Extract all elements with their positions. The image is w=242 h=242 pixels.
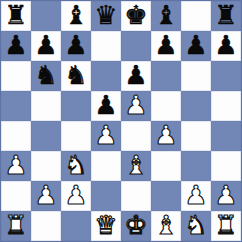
piece-black-rook[interactable]: ♜	[214, 2, 237, 28]
square-e4[interactable]	[121, 121, 151, 151]
piece-black-knight[interactable]: ♞	[64, 62, 87, 88]
piece-black-pawn[interactable]: ♟	[124, 62, 147, 88]
square-g8[interactable]	[181, 1, 211, 31]
piece-black-pawn[interactable]: ♟	[154, 32, 177, 58]
piece-black-pawn[interactable]: ♟	[184, 32, 207, 58]
square-d2[interactable]	[91, 181, 121, 211]
piece-white-rook[interactable]: ♜	[214, 212, 237, 238]
piece-black-bishop[interactable]: ♝	[154, 2, 177, 28]
square-a6[interactable]	[1, 61, 31, 91]
piece-white-knight[interactable]: ♞	[184, 212, 207, 238]
square-f2[interactable]	[151, 181, 181, 211]
square-a5[interactable]	[1, 91, 31, 121]
square-d3[interactable]	[91, 151, 121, 181]
piece-white-pawn[interactable]: ♟	[94, 122, 117, 148]
square-h4[interactable]	[211, 121, 241, 151]
square-e3[interactable]: ♝	[121, 151, 151, 181]
square-g6[interactable]	[181, 61, 211, 91]
piece-white-knight[interactable]: ♞	[64, 152, 87, 178]
square-b5[interactable]	[31, 91, 61, 121]
square-h2[interactable]: ♟	[211, 181, 241, 211]
square-a1[interactable]: ♜	[1, 211, 31, 241]
square-g2[interactable]: ♟	[181, 181, 211, 211]
square-f1[interactable]: ♝	[151, 211, 181, 241]
piece-white-bishop[interactable]: ♝	[154, 212, 177, 238]
piece-black-pawn[interactable]: ♟	[214, 32, 237, 58]
piece-white-bishop[interactable]: ♝	[124, 152, 147, 178]
square-d8[interactable]: ♛	[91, 1, 121, 31]
square-a7[interactable]: ♟	[1, 31, 31, 61]
square-c6[interactable]: ♞	[61, 61, 91, 91]
piece-white-pawn[interactable]: ♟	[154, 122, 177, 148]
square-c1[interactable]	[61, 211, 91, 241]
square-a8[interactable]: ♜	[1, 1, 31, 31]
piece-white-queen[interactable]: ♛	[94, 212, 117, 238]
square-h6[interactable]	[211, 61, 241, 91]
square-h5[interactable]	[211, 91, 241, 121]
piece-white-pawn[interactable]: ♟	[4, 152, 27, 178]
piece-white-king[interactable]: ♚	[124, 212, 147, 238]
piece-black-rook[interactable]: ♜	[4, 2, 27, 28]
piece-white-rook[interactable]: ♜	[4, 212, 27, 238]
square-g3[interactable]	[181, 151, 211, 181]
square-e8[interactable]: ♚	[121, 1, 151, 31]
square-b6[interactable]: ♞	[31, 61, 61, 91]
square-a3[interactable]: ♟	[1, 151, 31, 181]
square-c3[interactable]: ♞	[61, 151, 91, 181]
square-f8[interactable]: ♝	[151, 1, 181, 31]
square-b7[interactable]: ♟	[31, 31, 61, 61]
square-f3[interactable]	[151, 151, 181, 181]
square-d7[interactable]	[91, 31, 121, 61]
square-b8[interactable]	[31, 1, 61, 31]
piece-white-pawn[interactable]: ♟	[124, 92, 147, 118]
square-g5[interactable]	[181, 91, 211, 121]
piece-white-pawn[interactable]: ♟	[34, 182, 57, 208]
square-f4[interactable]: ♟	[151, 121, 181, 151]
square-b2[interactable]: ♟	[31, 181, 61, 211]
square-a2[interactable]	[1, 181, 31, 211]
square-c8[interactable]: ♝	[61, 1, 91, 31]
square-c7[interactable]: ♟	[61, 31, 91, 61]
square-h3[interactable]	[211, 151, 241, 181]
piece-black-pawn[interactable]: ♟	[64, 32, 87, 58]
square-e2[interactable]	[121, 181, 151, 211]
square-d4[interactable]: ♟	[91, 121, 121, 151]
square-h1[interactable]: ♜	[211, 211, 241, 241]
square-g7[interactable]: ♟	[181, 31, 211, 61]
piece-white-pawn[interactable]: ♟	[64, 182, 87, 208]
piece-black-king[interactable]: ♚	[124, 2, 147, 28]
square-f7[interactable]: ♟	[151, 31, 181, 61]
square-e7[interactable]	[121, 31, 151, 61]
square-b1[interactable]	[31, 211, 61, 241]
square-d5[interactable]: ♟	[91, 91, 121, 121]
square-c4[interactable]	[61, 121, 91, 151]
square-e1[interactable]: ♚	[121, 211, 151, 241]
square-f6[interactable]	[151, 61, 181, 91]
square-g1[interactable]: ♞	[181, 211, 211, 241]
square-d6[interactable]	[91, 61, 121, 91]
piece-white-pawn[interactable]: ♟	[214, 182, 237, 208]
square-g4[interactable]	[181, 121, 211, 151]
piece-black-pawn[interactable]: ♟	[4, 32, 27, 58]
square-e5[interactable]: ♟	[121, 91, 151, 121]
piece-black-knight[interactable]: ♞	[34, 62, 57, 88]
square-d1[interactable]: ♛	[91, 211, 121, 241]
square-h7[interactable]: ♟	[211, 31, 241, 61]
piece-black-pawn[interactable]: ♟	[34, 32, 57, 58]
square-c2[interactable]: ♟	[61, 181, 91, 211]
piece-black-queen[interactable]: ♛	[94, 2, 117, 28]
square-b3[interactable]	[31, 151, 61, 181]
square-e6[interactable]: ♟	[121, 61, 151, 91]
piece-white-pawn[interactable]: ♟	[184, 182, 207, 208]
chess-board: ♜♝♛♚♝♜♟♟♟♟♟♟♞♞♟♟♟♟♟♟♞♝♟♟♟♟♜♛♚♝♞♜	[0, 0, 242, 242]
square-h8[interactable]: ♜	[211, 1, 241, 31]
square-b4[interactable]	[31, 121, 61, 151]
square-f5[interactable]	[151, 91, 181, 121]
piece-black-bishop[interactable]: ♝	[64, 2, 87, 28]
square-a4[interactable]	[1, 121, 31, 151]
piece-black-pawn[interactable]: ♟	[94, 92, 117, 118]
square-c5[interactable]	[61, 91, 91, 121]
